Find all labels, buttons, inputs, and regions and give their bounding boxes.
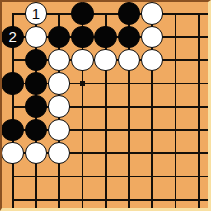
intersection-c4-r5[interactable]	[71, 95, 94, 118]
white-stone[interactable]	[141, 26, 164, 49]
intersection-c4-r9[interactable]	[71, 188, 94, 211]
white-stone[interactable]	[48, 119, 71, 142]
intersection-c6-r5[interactable]	[117, 95, 140, 118]
intersection-c6-r8[interactable]	[117, 165, 140, 188]
intersection-c7-r3[interactable]	[141, 49, 164, 72]
intersection-c8-r7[interactable]	[164, 142, 187, 165]
intersection-c9-r7[interactable]	[187, 142, 210, 165]
intersection-c3-r2[interactable]	[48, 25, 71, 48]
intersection-c3-r7[interactable]	[48, 142, 71, 165]
intersection-c3-r8[interactable]	[48, 165, 71, 188]
go-board: 12	[0, 0, 211, 211]
intersection-c6-r2[interactable]	[117, 25, 140, 48]
intersection-c2-r6[interactable]	[24, 118, 47, 141]
black-stone[interactable]	[25, 119, 48, 142]
intersection-c1-r2[interactable]: 2	[1, 25, 24, 48]
black-stone[interactable]	[25, 72, 48, 95]
intersection-c4-r2[interactable]	[71, 25, 94, 48]
intersection-c8-r2[interactable]	[164, 25, 187, 48]
black-stone[interactable]	[1, 119, 24, 142]
intersection-c2-r1[interactable]: 1	[24, 2, 47, 25]
intersection-c4-r7[interactable]	[71, 142, 94, 165]
intersection-c7-r9[interactable]	[141, 188, 164, 211]
intersection-c2-r2[interactable]	[24, 25, 47, 48]
black-stone[interactable]	[25, 95, 48, 118]
white-stone[interactable]	[48, 95, 71, 118]
intersection-c5-r2[interactable]	[94, 25, 117, 48]
intersection-c7-r6[interactable]	[141, 118, 164, 141]
white-stone[interactable]	[94, 49, 117, 72]
intersection-c7-r7[interactable]	[141, 142, 164, 165]
intersection-c1-r7[interactable]	[1, 142, 24, 165]
intersection-c9-r4[interactable]	[187, 72, 210, 95]
intersection-c7-r2[interactable]	[141, 25, 164, 48]
intersection-c6-r6[interactable]	[117, 118, 140, 141]
intersection-c1-r5[interactable]	[1, 95, 24, 118]
white-stone[interactable]	[141, 2, 164, 25]
intersection-c5-r3[interactable]	[94, 49, 117, 72]
intersection-c5-r4[interactable]	[94, 72, 117, 95]
intersection-c2-r4[interactable]	[24, 72, 47, 95]
white-stone[interactable]	[48, 49, 71, 72]
intersection-c5-r7[interactable]	[94, 142, 117, 165]
intersection-c7-r5[interactable]	[141, 95, 164, 118]
intersection-c8-r8[interactable]	[164, 165, 187, 188]
intersection-c2-r7[interactable]	[24, 142, 47, 165]
intersection-c2-r5[interactable]	[24, 95, 47, 118]
intersection-c5-r9[interactable]	[94, 188, 117, 211]
intersection-c2-r9[interactable]	[24, 188, 47, 211]
intersection-c7-r8[interactable]	[141, 165, 164, 188]
black-stone[interactable]	[25, 49, 48, 72]
intersection-c9-r8[interactable]	[187, 165, 210, 188]
white-stone[interactable]	[48, 142, 71, 165]
white-stone[interactable]	[71, 49, 94, 72]
star-point	[80, 81, 85, 86]
intersection-c9-r5[interactable]	[187, 95, 210, 118]
intersection-c3-r1[interactable]	[48, 2, 71, 25]
intersection-c8-r9[interactable]	[164, 188, 187, 211]
intersection-c6-r7[interactable]	[117, 142, 140, 165]
intersection-c1-r1[interactable]	[1, 2, 24, 25]
white-stone-move-1[interactable]: 1	[25, 2, 48, 25]
white-stone[interactable]	[25, 142, 48, 165]
intersection-c5-r1[interactable]	[94, 2, 117, 25]
intersection-c9-r2[interactable]	[187, 25, 210, 48]
intersection-c8-r5[interactable]	[164, 95, 187, 118]
intersection-c1-r6[interactable]	[1, 118, 24, 141]
intersection-c4-r1[interactable]	[71, 2, 94, 25]
black-stone[interactable]	[48, 26, 71, 49]
black-stone[interactable]	[71, 26, 94, 49]
intersection-c1-r8[interactable]	[1, 165, 24, 188]
black-stone[interactable]	[94, 26, 117, 49]
intersection-c2-r3[interactable]	[24, 49, 47, 72]
intersection-c2-r8[interactable]	[24, 165, 47, 188]
intersection-c7-r4[interactable]	[141, 72, 164, 95]
intersection-c3-r4[interactable]	[48, 72, 71, 95]
white-stone[interactable]	[118, 49, 141, 72]
intersection-c6-r9[interactable]	[117, 188, 140, 211]
black-stone-move-2[interactable]: 2	[1, 26, 24, 49]
black-stone[interactable]	[71, 2, 94, 25]
intersection-c6-r3[interactable]	[117, 49, 140, 72]
intersection-c3-r6[interactable]	[48, 118, 71, 141]
intersection-c5-r8[interactable]	[94, 165, 117, 188]
intersection-c9-r9[interactable]	[187, 188, 210, 211]
white-stone[interactable]	[48, 72, 71, 95]
intersection-c4-r4[interactable]	[71, 72, 94, 95]
intersection-c8-r6[interactable]	[164, 118, 187, 141]
intersection-c8-r1[interactable]	[164, 2, 187, 25]
intersection-c3-r5[interactable]	[48, 95, 71, 118]
intersection-c4-r8[interactable]	[71, 165, 94, 188]
intersection-c1-r3[interactable]	[1, 49, 24, 72]
intersection-c3-r9[interactable]	[48, 188, 71, 211]
intersection-c8-r3[interactable]	[164, 49, 187, 72]
white-stone[interactable]	[141, 49, 164, 72]
intersection-c5-r5[interactable]	[94, 95, 117, 118]
intersection-c9-r1[interactable]	[187, 2, 210, 25]
intersection-c7-r1[interactable]	[141, 2, 164, 25]
black-stone[interactable]	[1, 72, 24, 95]
intersection-c6-r4[interactable]	[117, 72, 140, 95]
black-stone[interactable]	[118, 26, 141, 49]
white-stone[interactable]	[25, 26, 48, 49]
intersection-c9-r6[interactable]	[187, 118, 210, 141]
intersection-c4-r6[interactable]	[71, 118, 94, 141]
intersection-c1-r4[interactable]	[1, 72, 24, 95]
stone-layer: 12	[1, 2, 210, 211]
intersection-c6-r1[interactable]	[117, 2, 140, 25]
black-stone[interactable]	[118, 2, 141, 25]
intersection-c8-r4[interactable]	[164, 72, 187, 95]
intersection-c1-r9[interactable]	[1, 188, 24, 211]
intersection-c5-r6[interactable]	[94, 118, 117, 141]
intersection-c9-r3[interactable]	[187, 49, 210, 72]
white-stone[interactable]	[1, 142, 24, 165]
intersection-c3-r3[interactable]	[48, 49, 71, 72]
intersection-c4-r3[interactable]	[71, 49, 94, 72]
